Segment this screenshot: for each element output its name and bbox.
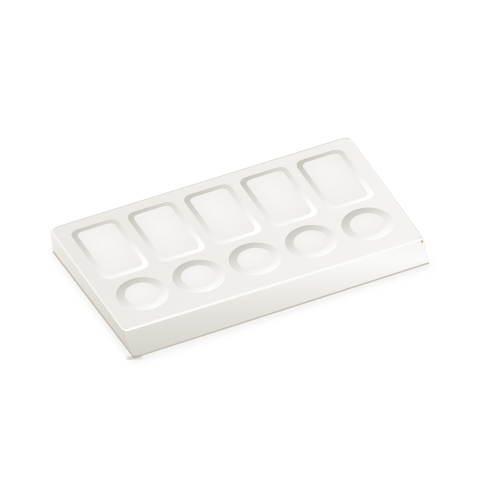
tray-product-image bbox=[0, 0, 479, 479]
product-photo-stage bbox=[0, 0, 479, 479]
dust-speck bbox=[421, 240, 424, 243]
